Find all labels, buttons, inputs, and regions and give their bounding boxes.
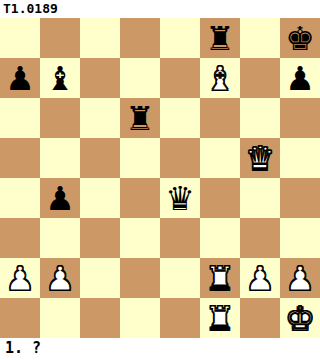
square-e8[interactable]: [160, 18, 200, 58]
square-e7[interactable]: [160, 58, 200, 98]
square-b3[interactable]: [40, 218, 80, 258]
square-f1[interactable]: ♜: [200, 298, 240, 338]
square-b7[interactable]: ♝: [40, 58, 80, 98]
square-b2[interactable]: ♟: [40, 258, 80, 298]
square-b1[interactable]: [40, 298, 80, 338]
square-g7[interactable]: [240, 58, 280, 98]
white-bishop-icon: ♝: [205, 58, 235, 98]
white-king-icon: ♚: [285, 298, 315, 338]
square-c6[interactable]: [80, 98, 120, 138]
square-d1[interactable]: [120, 298, 160, 338]
black-queen-icon: ♛: [165, 178, 195, 218]
square-b6[interactable]: [40, 98, 80, 138]
white-rook-icon: ♜: [205, 298, 235, 338]
square-h8[interactable]: ♚: [280, 18, 320, 58]
white-pawn-icon: ♟: [285, 258, 315, 298]
square-h4[interactable]: [280, 178, 320, 218]
square-h5[interactable]: [280, 138, 320, 178]
square-c3[interactable]: [80, 218, 120, 258]
square-f4[interactable]: [200, 178, 240, 218]
square-c8[interactable]: [80, 18, 120, 58]
black-pawn-icon: ♟: [285, 58, 315, 98]
square-e5[interactable]: [160, 138, 200, 178]
white-rook-icon: ♜: [205, 258, 235, 298]
square-d4[interactable]: [120, 178, 160, 218]
square-d6[interactable]: ♜: [120, 98, 160, 138]
black-rook-icon: ♜: [205, 18, 235, 58]
square-f3[interactable]: [200, 218, 240, 258]
square-f5[interactable]: [200, 138, 240, 178]
white-queen-icon: ♛: [245, 138, 275, 178]
square-c5[interactable]: [80, 138, 120, 178]
square-d7[interactable]: [120, 58, 160, 98]
square-a1[interactable]: [0, 298, 40, 338]
square-b8[interactable]: [40, 18, 80, 58]
square-f7[interactable]: ♝: [200, 58, 240, 98]
square-f2[interactable]: ♜: [200, 258, 240, 298]
square-e1[interactable]: [160, 298, 200, 338]
square-g3[interactable]: [240, 218, 280, 258]
square-c1[interactable]: [80, 298, 120, 338]
chess-board: ♜♚♟♝♝♟♜♛♟♛♟♟♜♟♟♜♚: [0, 18, 320, 338]
square-d5[interactable]: [120, 138, 160, 178]
black-bishop-icon: ♝: [45, 58, 75, 98]
square-c2[interactable]: [80, 258, 120, 298]
square-g4[interactable]: [240, 178, 280, 218]
square-d3[interactable]: [120, 218, 160, 258]
square-f6[interactable]: [200, 98, 240, 138]
square-g6[interactable]: [240, 98, 280, 138]
square-a7[interactable]: ♟: [0, 58, 40, 98]
square-d8[interactable]: [120, 18, 160, 58]
square-e4[interactable]: ♛: [160, 178, 200, 218]
black-pawn-icon: ♟: [45, 178, 75, 218]
square-g1[interactable]: [240, 298, 280, 338]
square-g2[interactable]: ♟: [240, 258, 280, 298]
square-b4[interactable]: ♟: [40, 178, 80, 218]
square-g5[interactable]: ♛: [240, 138, 280, 178]
square-h6[interactable]: [280, 98, 320, 138]
square-e6[interactable]: [160, 98, 200, 138]
white-pawn-icon: ♟: [245, 258, 275, 298]
square-h2[interactable]: ♟: [280, 258, 320, 298]
black-rook-icon: ♜: [125, 98, 155, 138]
square-c4[interactable]: [80, 178, 120, 218]
square-h1[interactable]: ♚: [280, 298, 320, 338]
square-c7[interactable]: [80, 58, 120, 98]
black-king-icon: ♚: [285, 18, 315, 58]
square-a5[interactable]: [0, 138, 40, 178]
puzzle-id: T1.0189: [0, 0, 320, 18]
square-a3[interactable]: [0, 218, 40, 258]
black-pawn-icon: ♟: [5, 58, 35, 98]
square-a2[interactable]: ♟: [0, 258, 40, 298]
square-a4[interactable]: [0, 178, 40, 218]
white-pawn-icon: ♟: [45, 258, 75, 298]
square-e3[interactable]: [160, 218, 200, 258]
square-a6[interactable]: [0, 98, 40, 138]
square-b5[interactable]: [40, 138, 80, 178]
square-h7[interactable]: ♟: [280, 58, 320, 98]
move-prompt: 1. ?: [0, 338, 320, 360]
square-d2[interactable]: [120, 258, 160, 298]
square-g8[interactable]: [240, 18, 280, 58]
square-h3[interactable]: [280, 218, 320, 258]
square-a8[interactable]: [0, 18, 40, 58]
square-f8[interactable]: ♜: [200, 18, 240, 58]
white-pawn-icon: ♟: [5, 258, 35, 298]
square-e2[interactable]: [160, 258, 200, 298]
